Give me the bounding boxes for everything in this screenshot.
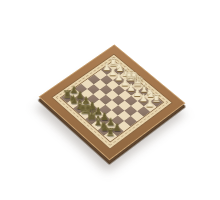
square: ♜: [104, 131, 117, 142]
coordinate-border: ♜♞♝♚♛♝♞♜♟♟♟♟♟♟♟♟♟♟♟♟♟♟♟♟♜♞♝♚♛♝♞♜: [51, 54, 173, 150]
board-frame: ♜♞♝♚♛♝♞♜♟♟♟♟♟♟♟♟♟♟♟♟♟♟♟♟♜♞♝♚♛♝♞♜: [39, 44, 186, 160]
board-scene: ♜♞♝♚♛♝♞♜♟♟♟♟♟♟♟♟♟♟♟♟♟♟♟♟♜♞♝♚♛♝♞♜: [0, 0, 220, 200]
product-photo: ♜♞♝♚♛♝♞♜♟♟♟♟♟♟♟♟♟♟♟♟♟♟♟♟♜♞♝♚♛♝♞♜: [0, 0, 220, 200]
board-tilt: ♜♞♝♚♛♝♞♜♟♟♟♟♟♟♟♟♟♟♟♟♟♟♟♟♜♞♝♚♛♝♞♜: [39, 44, 186, 160]
board-grid: ♜♞♝♚♛♝♞♜♟♟♟♟♟♟♟♟♟♟♟♟♟♟♟♟♜♞♝♚♛♝♞♜: [61, 61, 163, 141]
